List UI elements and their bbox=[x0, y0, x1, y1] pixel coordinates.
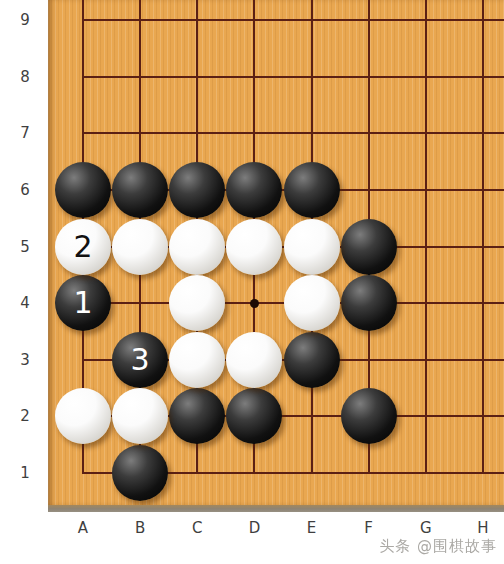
board-bottom-shadow bbox=[48, 505, 504, 512]
black-stone-d6[interactable] bbox=[226, 162, 282, 218]
watermark-text: 头条 @围棋故事 bbox=[379, 537, 497, 556]
move-number-1: 1 bbox=[73, 288, 92, 318]
row-label-5: 5 bbox=[5, 238, 45, 256]
star-point-d4 bbox=[250, 299, 259, 308]
grid-line-h-9 bbox=[82, 19, 504, 21]
column-label-h: H bbox=[463, 519, 503, 537]
row-label-6: 6 bbox=[5, 181, 45, 199]
row-label-4: 4 bbox=[5, 294, 45, 312]
column-label-f: F bbox=[349, 519, 389, 537]
row-label-3: 3 bbox=[5, 351, 45, 369]
black-stone-a4[interactable]: 1 bbox=[55, 275, 111, 331]
move-number-2: 2 bbox=[73, 232, 92, 262]
column-label-g: G bbox=[406, 519, 446, 537]
black-stone-b1[interactable] bbox=[112, 445, 168, 501]
grid-line-h-8 bbox=[82, 76, 504, 78]
white-stone-d3[interactable] bbox=[226, 332, 282, 388]
column-label-e: E bbox=[292, 519, 332, 537]
black-stone-f2[interactable] bbox=[341, 388, 397, 444]
row-label-9: 9 bbox=[5, 11, 45, 29]
black-stone-a6[interactable] bbox=[55, 162, 111, 218]
column-label-a: A bbox=[63, 519, 103, 537]
white-stone-d5[interactable] bbox=[226, 219, 282, 275]
black-stone-c6[interactable] bbox=[169, 162, 225, 218]
black-stone-e3[interactable] bbox=[284, 332, 340, 388]
grid-line-v-H bbox=[482, 0, 484, 474]
row-label-7: 7 bbox=[5, 124, 45, 142]
white-stone-a5[interactable]: 2 bbox=[55, 219, 111, 275]
column-label-d: D bbox=[234, 519, 274, 537]
grid-line-v-G bbox=[425, 0, 427, 474]
black-stone-d2[interactable] bbox=[226, 388, 282, 444]
black-stone-c2[interactable] bbox=[169, 388, 225, 444]
black-stone-e6[interactable] bbox=[284, 162, 340, 218]
column-label-c: C bbox=[177, 519, 217, 537]
white-stone-b2[interactable] bbox=[112, 388, 168, 444]
black-stone-f5[interactable] bbox=[341, 219, 397, 275]
black-stone-b6[interactable] bbox=[112, 162, 168, 218]
row-label-1: 1 bbox=[5, 464, 45, 482]
white-stone-a2[interactable] bbox=[55, 388, 111, 444]
white-stone-e5[interactable] bbox=[284, 219, 340, 275]
go-board: 132 bbox=[48, 0, 504, 505]
white-stone-c4[interactable] bbox=[169, 275, 225, 331]
row-label-8: 8 bbox=[5, 68, 45, 86]
column-label-b: B bbox=[120, 519, 160, 537]
white-stone-b5[interactable] bbox=[112, 219, 168, 275]
grid-line-h-7 bbox=[82, 132, 504, 134]
white-stone-c3[interactable] bbox=[169, 332, 225, 388]
white-stone-c5[interactable] bbox=[169, 219, 225, 275]
move-number-3: 3 bbox=[131, 345, 150, 375]
black-stone-b3[interactable]: 3 bbox=[112, 332, 168, 388]
go-diagram: 132 987654321ABCDEFGH 头条 @围棋故事 bbox=[0, 0, 504, 564]
black-stone-f4[interactable] bbox=[341, 275, 397, 331]
white-stone-e4[interactable] bbox=[284, 275, 340, 331]
row-label-2: 2 bbox=[5, 407, 45, 425]
